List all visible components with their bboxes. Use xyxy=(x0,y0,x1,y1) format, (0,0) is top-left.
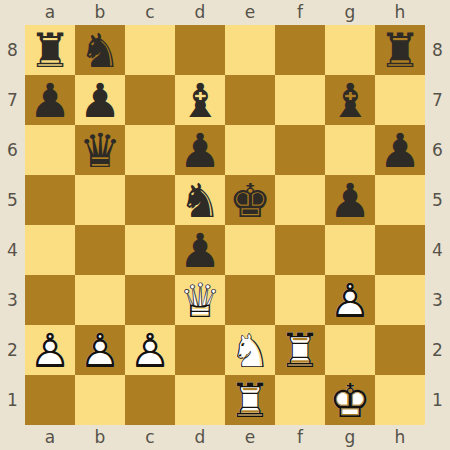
square-b2[interactable]: ♟♙ xyxy=(75,325,125,375)
square-a3[interactable] xyxy=(25,275,75,325)
piece-outline-glyph: ♘ xyxy=(225,325,275,375)
piece-fill-glyph: ♞ xyxy=(175,175,225,225)
black-bishop[interactable]: ♝ xyxy=(175,75,225,125)
piece-fill-glyph: ♟ xyxy=(375,125,425,175)
square-f3[interactable] xyxy=(275,275,325,325)
square-d5[interactable]: ♞ xyxy=(175,175,225,225)
black-pawn[interactable]: ♟ xyxy=(325,175,375,225)
piece-outline-glyph: ♙ xyxy=(125,325,175,375)
piece-outline-glyph: ♙ xyxy=(25,325,75,375)
piece-outline-glyph: ♔ xyxy=(325,375,375,425)
square-e4[interactable] xyxy=(225,225,275,275)
square-b6[interactable]: ♛ xyxy=(75,125,125,175)
file-label-bottom-c: c xyxy=(125,425,175,450)
square-f5[interactable] xyxy=(275,175,325,225)
black-pawn[interactable]: ♟ xyxy=(75,75,125,125)
square-h2[interactable] xyxy=(375,325,425,375)
rank-label-left-2: 2 xyxy=(0,325,25,375)
square-a8[interactable]: ♜ xyxy=(25,25,75,75)
square-e3[interactable] xyxy=(225,275,275,325)
square-g6[interactable] xyxy=(325,125,375,175)
square-f1[interactable] xyxy=(275,375,325,425)
square-d7[interactable]: ♝ xyxy=(175,75,225,125)
file-label-bottom-d: d xyxy=(175,425,225,450)
white-knight[interactable]: ♞♘ xyxy=(225,325,275,375)
square-c4[interactable] xyxy=(125,225,175,275)
square-e7[interactable] xyxy=(225,75,275,125)
file-label-bottom-g: g xyxy=(325,425,375,450)
piece-outline-glyph: ♕ xyxy=(175,275,225,325)
rank-label-left-6: 6 xyxy=(0,125,25,175)
piece-fill-glyph: ♟ xyxy=(125,325,175,375)
piece-fill-glyph: ♚ xyxy=(325,375,375,425)
square-b8[interactable]: ♞ xyxy=(75,25,125,75)
black-king[interactable]: ♚ xyxy=(225,175,275,225)
square-g1[interactable]: ♚♔ xyxy=(325,375,375,425)
piece-fill-glyph: ♛ xyxy=(75,125,125,175)
piece-fill-glyph: ♟ xyxy=(25,75,75,125)
piece-fill-glyph: ♝ xyxy=(175,75,225,125)
rank-label-right-4: 4 xyxy=(425,225,450,275)
piece-outline-glyph: ♙ xyxy=(325,275,375,325)
piece-fill-glyph: ♟ xyxy=(175,125,225,175)
square-c5[interactable] xyxy=(125,175,175,225)
chess-diagram: aa88bb77cc66dd55ee44ff33gg22hh11♜♞♜♟♟♝♝♛… xyxy=(0,0,450,450)
square-e8[interactable] xyxy=(225,25,275,75)
square-d6[interactable]: ♟ xyxy=(175,125,225,175)
square-d1[interactable] xyxy=(175,375,225,425)
white-rook[interactable]: ♜♖ xyxy=(275,325,325,375)
square-e1[interactable]: ♜♖ xyxy=(225,375,275,425)
white-pawn[interactable]: ♟♙ xyxy=(25,325,75,375)
file-label-bottom-h: h xyxy=(375,425,425,450)
piece-fill-glyph: ♜ xyxy=(225,375,275,425)
square-f6[interactable] xyxy=(275,125,325,175)
piece-fill-glyph: ♜ xyxy=(275,325,325,375)
square-f4[interactable] xyxy=(275,225,325,275)
square-a4[interactable] xyxy=(25,225,75,275)
black-pawn[interactable]: ♟ xyxy=(375,125,425,175)
piece-outline-glyph: ♖ xyxy=(275,325,325,375)
black-rook[interactable]: ♜ xyxy=(375,25,425,75)
square-a7[interactable]: ♟ xyxy=(25,75,75,125)
square-g4[interactable] xyxy=(325,225,375,275)
rank-label-left-1: 1 xyxy=(0,375,25,425)
rank-label-right-3: 3 xyxy=(425,275,450,325)
white-king[interactable]: ♚♔ xyxy=(325,375,375,425)
square-e5[interactable]: ♚ xyxy=(225,175,275,225)
white-queen[interactable]: ♛♕ xyxy=(175,275,225,325)
black-rook[interactable]: ♜ xyxy=(25,25,75,75)
square-h6[interactable]: ♟ xyxy=(375,125,425,175)
piece-fill-glyph: ♟ xyxy=(75,325,125,375)
square-e6[interactable] xyxy=(225,125,275,175)
piece-fill-glyph: ♟ xyxy=(325,175,375,225)
piece-fill-glyph: ♜ xyxy=(25,25,75,75)
rank-label-right-5: 5 xyxy=(425,175,450,225)
piece-fill-glyph: ♜ xyxy=(375,25,425,75)
frame-corner xyxy=(0,425,25,450)
square-b4[interactable] xyxy=(75,225,125,275)
file-label-bottom-a: a xyxy=(25,425,75,450)
rank-label-right-1: 1 xyxy=(425,375,450,425)
square-b5[interactable] xyxy=(75,175,125,225)
black-pawn[interactable]: ♟ xyxy=(175,225,225,275)
frame-corner xyxy=(0,0,25,25)
square-h7[interactable] xyxy=(375,75,425,125)
piece-fill-glyph: ♟ xyxy=(325,275,375,325)
square-c1[interactable] xyxy=(125,375,175,425)
square-c7[interactable] xyxy=(125,75,175,125)
piece-outline-glyph: ♖ xyxy=(225,375,275,425)
piece-fill-glyph: ♟ xyxy=(25,325,75,375)
white-pawn[interactable]: ♟♙ xyxy=(125,325,175,375)
rank-label-right-6: 6 xyxy=(425,125,450,175)
square-g3[interactable]: ♟♙ xyxy=(325,275,375,325)
square-f2[interactable]: ♜♖ xyxy=(275,325,325,375)
square-h4[interactable] xyxy=(375,225,425,275)
square-d4[interactable]: ♟ xyxy=(175,225,225,275)
square-e2[interactable]: ♞♘ xyxy=(225,325,275,375)
frame-corner xyxy=(425,425,450,450)
square-f7[interactable] xyxy=(275,75,325,125)
rank-label-right-7: 7 xyxy=(425,75,450,125)
piece-fill-glyph: ♝ xyxy=(325,75,375,125)
rank-label-left-7: 7 xyxy=(0,75,25,125)
rank-label-left-3: 3 xyxy=(0,275,25,325)
file-label-top-c: c xyxy=(125,0,175,25)
square-a2[interactable]: ♟♙ xyxy=(25,325,75,375)
square-g2[interactable] xyxy=(325,325,375,375)
white-rook[interactable]: ♜♖ xyxy=(225,375,275,425)
rank-label-left-4: 4 xyxy=(0,225,25,275)
file-label-top-e: e xyxy=(225,0,275,25)
file-label-bottom-b: b xyxy=(75,425,125,450)
white-pawn[interactable]: ♟♙ xyxy=(75,325,125,375)
piece-fill-glyph: ♞ xyxy=(225,325,275,375)
black-knight[interactable]: ♞ xyxy=(75,25,125,75)
file-label-top-b: b xyxy=(75,0,125,25)
square-d8[interactable] xyxy=(175,25,225,75)
square-c2[interactable]: ♟♙ xyxy=(125,325,175,375)
rank-label-left-5: 5 xyxy=(0,175,25,225)
square-b3[interactable] xyxy=(75,275,125,325)
square-b1[interactable] xyxy=(75,375,125,425)
square-g8[interactable] xyxy=(325,25,375,75)
square-g7[interactable]: ♝ xyxy=(325,75,375,125)
frame-corner xyxy=(425,0,450,25)
square-c8[interactable] xyxy=(125,25,175,75)
file-label-bottom-f: f xyxy=(275,425,325,450)
black-knight[interactable]: ♞ xyxy=(175,175,225,225)
piece-fill-glyph: ♚ xyxy=(225,175,275,225)
file-label-top-h: h xyxy=(375,0,425,25)
piece-fill-glyph: ♞ xyxy=(75,25,125,75)
piece-fill-glyph: ♛ xyxy=(175,275,225,325)
square-d3[interactable]: ♛♕ xyxy=(175,275,225,325)
white-pawn[interactable]: ♟♙ xyxy=(325,275,375,325)
piece-fill-glyph: ♟ xyxy=(75,75,125,125)
piece-outline-glyph: ♙ xyxy=(75,325,125,375)
square-h1[interactable] xyxy=(375,375,425,425)
square-a1[interactable] xyxy=(25,375,75,425)
square-b7[interactable]: ♟ xyxy=(75,75,125,125)
square-g5[interactable]: ♟ xyxy=(325,175,375,225)
rank-label-left-8: 8 xyxy=(0,25,25,75)
black-queen[interactable]: ♛ xyxy=(75,125,125,175)
black-bishop[interactable]: ♝ xyxy=(325,75,375,125)
square-c3[interactable] xyxy=(125,275,175,325)
file-label-top-a: a xyxy=(25,0,75,25)
square-c6[interactable] xyxy=(125,125,175,175)
square-a6[interactable] xyxy=(25,125,75,175)
file-label-bottom-e: e xyxy=(225,425,275,450)
file-label-top-f: f xyxy=(275,0,325,25)
piece-fill-glyph: ♟ xyxy=(175,225,225,275)
square-h8[interactable]: ♜ xyxy=(375,25,425,75)
square-h3[interactable] xyxy=(375,275,425,325)
square-d2[interactable] xyxy=(175,325,225,375)
square-h5[interactable] xyxy=(375,175,425,225)
square-f8[interactable] xyxy=(275,25,325,75)
rank-label-right-8: 8 xyxy=(425,25,450,75)
square-a5[interactable] xyxy=(25,175,75,225)
file-label-top-d: d xyxy=(175,0,225,25)
black-pawn[interactable]: ♟ xyxy=(25,75,75,125)
file-label-top-g: g xyxy=(325,0,375,25)
black-pawn[interactable]: ♟ xyxy=(175,125,225,175)
rank-label-right-2: 2 xyxy=(425,325,450,375)
